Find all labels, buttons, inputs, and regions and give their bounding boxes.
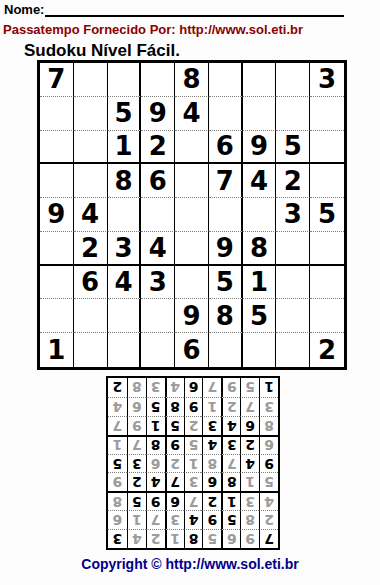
solution-cell-r4c1: 5: [259, 472, 278, 491]
puzzle-cell-r2c2[interactable]: [74, 97, 108, 131]
puzzle-cell-r3c1[interactable]: [40, 131, 74, 165]
solution-cell-r3c1: 4: [259, 491, 278, 510]
solution-cell-r4c6: 7: [165, 472, 184, 491]
solution-cell-r9c5: 6: [184, 378, 203, 397]
puzzle-cell-r8c6: 8: [209, 299, 243, 333]
puzzle-cell-r2c4: 9: [141, 97, 175, 131]
solution-cell-r5c6: 2: [165, 454, 184, 473]
name-label: Nome:: [4, 2, 44, 17]
puzzle-cell-r9c9: 2: [310, 333, 344, 367]
puzzle-cell-r5c8: 3: [276, 198, 310, 232]
puzzle-cell-r3c7: 9: [243, 131, 277, 165]
puzzle-cell-r7c1[interactable]: [40, 266, 74, 300]
puzzle-cell-r5c3[interactable]: [108, 198, 142, 232]
solution-cell-r7c2: 6: [240, 416, 259, 435]
puzzle-cell-r6c7: 8: [243, 232, 277, 266]
puzzle-cell-r3c6: 6: [209, 131, 243, 165]
solution-cell-r7c6: 5: [165, 416, 184, 435]
puzzle-cell-r2c8[interactable]: [276, 97, 310, 131]
solution-cell-r9c7: 3: [146, 378, 165, 397]
solution-cell-r4c5: 3: [184, 472, 203, 491]
solution-cell-r2c5: 4: [184, 510, 203, 529]
provider-line: Passatempo Fornecido Por: http://www.sol…: [3, 22, 303, 37]
solution-cell-r6c3: 3: [221, 435, 240, 454]
puzzle-cell-r9c5: 6: [175, 333, 209, 367]
puzzle-cell-r6c2: 2: [74, 232, 108, 266]
solution-cell-r1c6: 1: [165, 529, 184, 548]
puzzle-cell-r9c1: 1: [40, 333, 74, 367]
puzzle-cell-r2c5: 4: [175, 97, 209, 131]
solution-cell-r3c2: 3: [240, 491, 259, 510]
name-row: Nome:: [4, 2, 344, 17]
solution-cell-r7c1: 8: [259, 416, 278, 435]
puzzle-cell-r7c7: 1: [243, 266, 277, 300]
puzzle-cell-r7c4: 3: [141, 266, 175, 300]
solution-cell-r8c1: 3: [259, 397, 278, 416]
puzzle-cell-r2c1[interactable]: [40, 97, 74, 131]
puzzle-cell-r5c6[interactable]: [209, 198, 243, 232]
puzzle-cell-r7c5[interactable]: [175, 266, 209, 300]
puzzle-cell-r1c8[interactable]: [276, 63, 310, 97]
solution-cell-r5c9: 5: [108, 454, 127, 473]
puzzle-cell-r6c4: 4: [141, 232, 175, 266]
puzzle-cell-r2c7[interactable]: [243, 97, 277, 131]
puzzle-cell-r6c1[interactable]: [40, 232, 74, 266]
solution-cell-r8c2: 7: [240, 397, 259, 416]
solution-cell-r5c1: 9: [259, 454, 278, 473]
puzzle-cell-r9c8[interactable]: [276, 333, 310, 367]
puzzle-cell-r8c7: 5: [243, 299, 277, 333]
solution-cell-r1c4: 5: [202, 529, 221, 548]
puzzle-cell-r1c6[interactable]: [209, 63, 243, 97]
puzzle-cell-r8c4[interactable]: [141, 299, 175, 333]
copyright: Copyright © http://www.sol.eti.br: [0, 556, 380, 572]
solution-cell-r4c9: 9: [108, 472, 127, 491]
solution-cell-r2c1: 2: [259, 510, 278, 529]
puzzle-cell-r7c8[interactable]: [276, 266, 310, 300]
puzzle-cell-r4c8: 2: [276, 164, 310, 198]
puzzle-cell-r4c4: 6: [141, 164, 175, 198]
solution-cell-r7c8: 9: [127, 416, 146, 435]
puzzle-cell-r5c9: 5: [310, 198, 344, 232]
solution-cell-r3c4: 2: [202, 491, 221, 510]
puzzle-cell-r1c3[interactable]: [108, 63, 142, 97]
solution-cell-r3c5: 7: [184, 491, 203, 510]
puzzle-cell-r3c8: 5: [276, 131, 310, 165]
puzzle-cell-r2c3: 5: [108, 97, 142, 131]
puzzle-cell-r1c2[interactable]: [74, 63, 108, 97]
solution-cell-r8c6: 8: [165, 397, 184, 416]
solution-cell-r6c2: 2: [240, 435, 259, 454]
puzzle-cell-r6c3: 3: [108, 232, 142, 266]
puzzle-cell-r1c7[interactable]: [243, 63, 277, 97]
puzzle-cell-r1c5: 8: [175, 63, 209, 97]
solution-cell-r7c5: 2: [184, 416, 203, 435]
puzzle-cell-r3c5[interactable]: [175, 131, 209, 165]
solution-cell-r1c7: 2: [146, 529, 165, 548]
solution-cell-r3c6: 6: [165, 491, 184, 510]
solution-cell-r3c9: 8: [108, 491, 127, 510]
solution-cell-r3c7: 9: [146, 491, 165, 510]
solution-cell-r2c3: 5: [221, 510, 240, 529]
solution-cell-r9c2: 5: [240, 378, 259, 397]
solution-cell-r9c4: 7: [202, 378, 221, 397]
puzzle-cell-r5c5[interactable]: [175, 198, 209, 232]
solution-cell-r8c9: 4: [108, 397, 127, 416]
solution-cell-r1c2: 9: [240, 529, 259, 548]
puzzle-cell-r9c6[interactable]: [209, 333, 243, 367]
solution-cell-r8c3: 2: [221, 397, 240, 416]
puzzle-cell-r9c4[interactable]: [141, 333, 175, 367]
name-fill-line[interactable]: [45, 2, 344, 17]
puzzle-cell-r5c1: 9: [40, 198, 74, 232]
puzzle-cell-r8c3[interactable]: [108, 299, 142, 333]
puzzle-cell-r7c9[interactable]: [310, 266, 344, 300]
solution-cell-r8c4: 1: [202, 397, 221, 416]
puzzle-cell-r6c5[interactable]: [175, 232, 209, 266]
solution-cell-r5c4: 8: [202, 454, 221, 473]
solution-cell-r2c4: 9: [202, 510, 221, 529]
solution-cell-r2c2: 8: [240, 510, 259, 529]
puzzle-cell-r8c8[interactable]: [276, 299, 310, 333]
solution-cell-r8c5: 9: [184, 397, 203, 416]
solution-cell-r9c1: 1: [259, 378, 278, 397]
puzzle-cell-r8c9[interactable]: [310, 299, 344, 333]
puzzle-cell-r4c5[interactable]: [175, 164, 209, 198]
solution-cell-r7c9: 7: [108, 416, 127, 435]
puzzle-cell-r3c4: 2: [141, 131, 175, 165]
solution-cell-r4c3: 8: [221, 472, 240, 491]
solution-cell-r9c3: 9: [221, 378, 240, 397]
puzzle-cell-r9c3[interactable]: [108, 333, 142, 367]
solution-cell-r8c8: 6: [127, 397, 146, 416]
solution-cell-r1c5: 8: [184, 529, 203, 548]
puzzle-cell-r6c8[interactable]: [276, 232, 310, 266]
solution-cell-r5c3: 7: [221, 454, 240, 473]
page-title: Sudoku Nível Fácil.: [24, 41, 180, 61]
solution-cell-r6c8: 7: [127, 435, 146, 454]
solution-cell-r5c2: 4: [240, 454, 259, 473]
solution-cell-r6c5: 5: [184, 435, 203, 454]
puzzle-cell-r6c9[interactable]: [310, 232, 344, 266]
puzzle-cell-r1c1: 7: [40, 63, 74, 97]
puzzle-cell-r7c2: 6: [74, 266, 108, 300]
puzzle-cell-r3c2[interactable]: [74, 131, 108, 165]
puzzle-cell-r2c6[interactable]: [209, 97, 243, 131]
solution-cell-r7c3: 4: [221, 416, 240, 435]
puzzle-cell-r5c2: 4: [74, 198, 108, 232]
solution-cell-r7c4: 3: [202, 416, 221, 435]
solution-cell-r5c7: 6: [146, 454, 165, 473]
puzzle-cell-r7c6: 5: [209, 266, 243, 300]
solution-cell-r6c6: 9: [165, 435, 184, 454]
solution-cell-r6c9: 1: [108, 435, 127, 454]
solution-cell-r6c7: 8: [146, 435, 165, 454]
puzzle-cell-r4c7: 4: [243, 164, 277, 198]
puzzle-cell-r3c3: 1: [108, 131, 142, 165]
solution-cell-r2c6: 3: [165, 510, 184, 529]
solution-cell-r7c7: 1: [146, 416, 165, 435]
solution-cell-r1c3: 6: [221, 529, 240, 548]
puzzle-cell-r4c2[interactable]: [74, 164, 108, 198]
solution-grid-rotated-180: 7965812432859437164312769585186374299478…: [106, 376, 280, 550]
puzzle-cell-r9c7[interactable]: [243, 333, 277, 367]
solution-cell-r1c9: 3: [108, 529, 127, 548]
puzzle-cell-r1c4[interactable]: [141, 63, 175, 97]
puzzle-cell-r8c5: 9: [175, 299, 209, 333]
puzzle-cell-r4c9[interactable]: [310, 164, 344, 198]
solution-cell-r1c8: 4: [127, 529, 146, 548]
solution-cell-r3c8: 5: [127, 491, 146, 510]
solution-cell-r3c3: 1: [221, 491, 240, 510]
solution-cell-r2c8: 1: [127, 510, 146, 529]
solution-cell-r8c7: 5: [146, 397, 165, 416]
puzzle-cell-r1c9: 3: [310, 63, 344, 97]
puzzle-cell-r3c9[interactable]: [310, 131, 344, 165]
solution-cell-r6c4: 4: [202, 435, 221, 454]
puzzle-cell-r8c1[interactable]: [40, 299, 74, 333]
puzzle-cell-r6c6: 9: [209, 232, 243, 266]
puzzle-cell-r5c4[interactable]: [141, 198, 175, 232]
solution-cell-r4c7: 4: [146, 472, 165, 491]
puzzle-cell-r7c3: 4: [108, 266, 142, 300]
solution-cell-r2c9: 6: [108, 510, 127, 529]
puzzle-cell-r5c7[interactable]: [243, 198, 277, 232]
solution-cell-r2c7: 7: [146, 510, 165, 529]
solution-cell-r4c4: 6: [202, 472, 221, 491]
puzzle-cell-r4c6: 7: [209, 164, 243, 198]
puzzle-cell-r8c2[interactable]: [74, 299, 108, 333]
puzzle-cell-r4c1[interactable]: [40, 164, 74, 198]
solution-cell-r1c1: 7: [259, 529, 278, 548]
solution-cell-r9c8: 8: [127, 378, 146, 397]
solution-cell-r4c2: 1: [240, 472, 259, 491]
solution-cell-r9c6: 4: [165, 378, 184, 397]
puzzle-cell-r9c2[interactable]: [74, 333, 108, 367]
solution-cell-r6c1: 6: [259, 435, 278, 454]
solution-cell-r5c5: 1: [184, 454, 203, 473]
puzzle-grid[interactable]: 783594126958674294352349864351985162: [37, 60, 347, 370]
puzzle-cell-r4c3: 8: [108, 164, 142, 198]
solution-cell-r5c8: 3: [127, 454, 146, 473]
solution-cell-r4c8: 2: [127, 472, 146, 491]
solution-cell-r9c9: 2: [108, 378, 127, 397]
puzzle-cell-r2c9[interactable]: [310, 97, 344, 131]
